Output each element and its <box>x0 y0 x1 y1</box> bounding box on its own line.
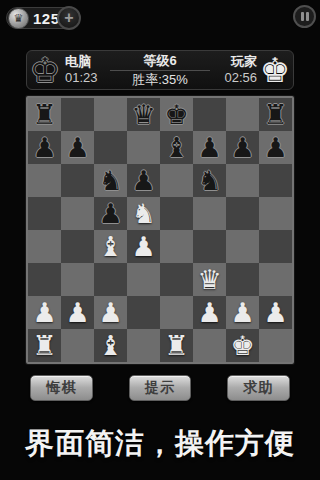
square-b1[interactable] <box>61 329 94 362</box>
square-f7[interactable]: ♟ <box>193 131 226 164</box>
square-b4[interactable] <box>61 230 94 263</box>
square-d4[interactable]: ♟ <box>127 230 160 263</box>
square-a3[interactable] <box>28 263 61 296</box>
piece-white-bishop: ♝ <box>98 329 122 362</box>
level-info: 等级6 胜率:35% <box>100 53 220 88</box>
piece-black-pawn: ♟ <box>131 164 155 197</box>
piece-black-knight: ♞ <box>197 164 221 197</box>
square-g1[interactable]: ♚ <box>226 329 259 362</box>
square-b8[interactable] <box>61 98 94 131</box>
coin-icon: ♛ <box>8 8 29 29</box>
square-b5[interactable] <box>61 197 94 230</box>
square-h6[interactable] <box>259 164 292 197</box>
square-c6[interactable]: ♞ <box>94 164 127 197</box>
piece-black-pawn: ♟ <box>65 131 89 164</box>
square-d3[interactable] <box>127 263 160 296</box>
black-king-icon: ♚ <box>27 51 63 89</box>
square-e7[interactable]: ♝ <box>160 131 193 164</box>
piece-black-queen: ♛ <box>131 98 155 131</box>
square-g7[interactable]: ♟ <box>226 131 259 164</box>
square-d5[interactable]: ♞ <box>127 197 160 230</box>
square-e6[interactable] <box>160 164 193 197</box>
square-g3[interactable] <box>226 263 259 296</box>
square-d6[interactable]: ♟ <box>127 164 160 197</box>
square-b2[interactable]: ♟ <box>61 296 94 329</box>
piece-black-king: ♚ <box>164 98 188 131</box>
player-clock: 02:56 <box>224 70 257 86</box>
piece-black-bishop: ♝ <box>164 131 188 164</box>
piece-black-pawn: ♟ <box>230 131 254 164</box>
piece-white-pawn: ♟ <box>98 296 122 329</box>
square-h3[interactable] <box>259 263 292 296</box>
piece-black-pawn: ♟ <box>32 131 56 164</box>
piece-white-pawn: ♟ <box>197 296 221 329</box>
piece-white-pawn: ♟ <box>230 296 254 329</box>
marketing-caption: 界面简洁，操作方便 <box>0 424 320 462</box>
square-b6[interactable] <box>61 164 94 197</box>
piece-white-queen: ♛ <box>197 263 221 296</box>
square-f5[interactable] <box>193 197 226 230</box>
divider <box>110 70 210 71</box>
square-a6[interactable] <box>28 164 61 197</box>
square-b3[interactable] <box>61 263 94 296</box>
piece-black-pawn: ♟ <box>98 197 122 230</box>
square-g8[interactable] <box>226 98 259 131</box>
piece-white-rook: ♜ <box>164 329 188 362</box>
square-e4[interactable] <box>160 230 193 263</box>
computer-info: 电脑 01:23 <box>65 54 98 86</box>
level-label: 等级6 <box>100 53 220 69</box>
piece-white-pawn: ♟ <box>65 296 89 329</box>
square-h7[interactable]: ♟ <box>259 131 292 164</box>
square-h2[interactable]: ♟ <box>259 296 292 329</box>
piece-white-king: ♚ <box>230 329 254 362</box>
piece-black-rook: ♜ <box>263 98 287 131</box>
computer-label: 电脑 <box>65 54 98 70</box>
help-button[interactable]: 求助 <box>227 375 290 401</box>
square-a4[interactable] <box>28 230 61 263</box>
square-f8[interactable] <box>193 98 226 131</box>
square-h1[interactable] <box>259 329 292 362</box>
square-g5[interactable] <box>226 197 259 230</box>
square-f2[interactable]: ♟ <box>193 296 226 329</box>
square-d2[interactable] <box>127 296 160 329</box>
add-coins-button[interactable]: + <box>57 6 81 30</box>
piece-white-pawn: ♟ <box>263 296 287 329</box>
square-b7[interactable]: ♟ <box>61 131 94 164</box>
square-a5[interactable] <box>28 197 61 230</box>
piece-black-pawn: ♟ <box>263 131 287 164</box>
square-h4[interactable] <box>259 230 292 263</box>
square-e1[interactable]: ♜ <box>160 329 193 362</box>
piece-white-pawn: ♟ <box>32 296 56 329</box>
square-c1[interactable]: ♝ <box>94 329 127 362</box>
square-c2[interactable]: ♟ <box>94 296 127 329</box>
game-status-panel: ♚ 电脑 01:23 等级6 胜率:35% 玩家 02:56 ♚ <box>26 50 294 90</box>
white-king-icon: ♚ <box>257 51 293 89</box>
hint-button[interactable]: 提示 <box>129 375 191 401</box>
piece-white-rook: ♜ <box>32 329 56 362</box>
chess-app-screen: ♛ 1250 + ♚ 电脑 01:23 等级6 胜率:35% 玩家 02:56 … <box>0 0 320 480</box>
piece-white-pawn: ♟ <box>131 230 155 263</box>
computer-clock: 01:23 <box>65 70 98 86</box>
square-h5[interactable] <box>259 197 292 230</box>
square-e3[interactable] <box>160 263 193 296</box>
square-f1[interactable] <box>193 329 226 362</box>
square-h8[interactable]: ♜ <box>259 98 292 131</box>
piece-black-pawn: ♟ <box>197 131 221 164</box>
square-a1[interactable]: ♜ <box>28 329 61 362</box>
square-g4[interactable] <box>226 230 259 263</box>
chess-board[interactable]: ♜♛♚♜♟♟♝♟♟♟♞♟♞♟♞♝♟♛♟♟♟♟♟♟♜♝♜♚ <box>26 96 294 364</box>
square-g6[interactable] <box>226 164 259 197</box>
square-c5[interactable]: ♟ <box>94 197 127 230</box>
piece-black-rook: ♜ <box>32 98 56 131</box>
square-f4[interactable] <box>193 230 226 263</box>
square-g2[interactable]: ♟ <box>226 296 259 329</box>
piece-white-knight: ♞ <box>131 197 155 230</box>
square-a8[interactable]: ♜ <box>28 98 61 131</box>
pause-icon <box>301 12 304 21</box>
square-d7[interactable] <box>127 131 160 164</box>
piece-white-bishop: ♝ <box>98 230 122 263</box>
square-c3[interactable] <box>94 263 127 296</box>
square-e2[interactable] <box>160 296 193 329</box>
pause-button[interactable] <box>293 5 316 28</box>
pause-icon <box>306 12 309 21</box>
win-rate-label: 胜率:35% <box>100 72 220 88</box>
undo-move-button[interactable]: 悔棋 <box>30 375 93 401</box>
square-a2[interactable]: ♟ <box>28 296 61 329</box>
square-f6[interactable]: ♞ <box>193 164 226 197</box>
square-c8[interactable] <box>94 98 127 131</box>
player-label: 玩家 <box>224 54 257 70</box>
square-c7[interactable] <box>94 131 127 164</box>
square-e8[interactable]: ♚ <box>160 98 193 131</box>
player-info: 玩家 02:56 <box>224 54 257 86</box>
square-d1[interactable] <box>127 329 160 362</box>
square-a7[interactable]: ♟ <box>28 131 61 164</box>
piece-black-knight: ♞ <box>98 164 122 197</box>
square-c4[interactable]: ♝ <box>94 230 127 263</box>
square-d8[interactable]: ♛ <box>127 98 160 131</box>
square-f3[interactable]: ♛ <box>193 263 226 296</box>
square-e5[interactable] <box>160 197 193 230</box>
